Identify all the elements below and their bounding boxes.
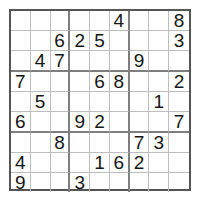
cell-r4c9[interactable]: 2 <box>169 72 189 92</box>
cell-r1c9[interactable]: 8 <box>169 11 189 31</box>
cell-r8c5[interactable]: 1 <box>90 153 110 173</box>
sudoku-board: 4862534797682516927873416293 <box>9 9 191 191</box>
cell-r1c5[interactable] <box>90 11 110 31</box>
cell-r2c9[interactable]: 3 <box>169 31 189 51</box>
cell-r2c1[interactable] <box>11 31 31 51</box>
cell-r5c4[interactable] <box>70 92 90 112</box>
cell-r8c2[interactable] <box>31 153 51 173</box>
cell-r1c3[interactable] <box>51 11 71 31</box>
cell-r3c8[interactable] <box>149 51 169 72</box>
cell-r6c4[interactable]: 9 <box>70 112 90 133</box>
cell-r3c3[interactable]: 7 <box>51 51 71 72</box>
cell-r3c6[interactable] <box>110 51 130 72</box>
cell-r9c8[interactable] <box>149 173 169 192</box>
cell-r6c9[interactable]: 7 <box>169 112 189 133</box>
cell-r7c7[interactable]: 7 <box>130 133 150 153</box>
cell-r4c8[interactable] <box>149 72 169 92</box>
cell-r7c5[interactable] <box>90 133 110 153</box>
sudoku-page: 4862534797682516927873416293 <box>0 0 200 199</box>
cell-r1c1[interactable] <box>11 11 31 31</box>
cell-r5c9[interactable] <box>169 92 189 112</box>
cell-r5c7[interactable] <box>130 92 150 112</box>
cell-r9c4[interactable]: 3 <box>70 173 90 192</box>
cell-r2c3[interactable]: 6 <box>51 31 71 51</box>
cell-r7c4[interactable] <box>70 133 90 153</box>
cell-r2c4[interactable]: 2 <box>70 31 90 51</box>
cell-r8c1[interactable]: 4 <box>11 153 31 173</box>
cell-r4c5[interactable]: 6 <box>90 72 110 92</box>
cell-r3c1[interactable] <box>11 51 31 72</box>
cell-r4c2[interactable] <box>31 72 51 92</box>
cell-r7c2[interactable] <box>31 133 51 153</box>
cell-r5c8[interactable]: 1 <box>149 92 169 112</box>
cell-r8c8[interactable] <box>149 153 169 173</box>
cell-r6c5[interactable]: 2 <box>90 112 110 133</box>
cell-r6c3[interactable] <box>51 112 71 133</box>
cell-r3c7[interactable]: 9 <box>130 51 150 72</box>
cell-r4c3[interactable] <box>51 72 71 92</box>
cell-r9c2[interactable] <box>31 173 51 192</box>
cell-r5c3[interactable] <box>51 92 71 112</box>
cell-r3c5[interactable] <box>90 51 110 72</box>
cell-r7c9[interactable] <box>169 133 189 153</box>
cell-r2c5[interactable]: 5 <box>90 31 110 51</box>
cell-r7c1[interactable] <box>11 133 31 153</box>
cell-r6c6[interactable] <box>110 112 130 133</box>
cell-r2c6[interactable] <box>110 31 130 51</box>
cell-r3c4[interactable] <box>70 51 90 72</box>
cell-r8c6[interactable]: 6 <box>110 153 130 173</box>
cell-r1c4[interactable] <box>70 11 90 31</box>
cell-r1c6[interactable]: 4 <box>110 11 130 31</box>
cell-r7c3[interactable]: 8 <box>51 133 71 153</box>
cell-r6c8[interactable] <box>149 112 169 133</box>
cell-r3c2[interactable]: 4 <box>31 51 51 72</box>
cell-r9c7[interactable] <box>130 173 150 192</box>
cell-r5c5[interactable] <box>90 92 110 112</box>
cell-r4c7[interactable] <box>130 72 150 92</box>
cell-r2c2[interactable] <box>31 31 51 51</box>
cell-r1c7[interactable] <box>130 11 150 31</box>
cell-r7c6[interactable] <box>110 133 130 153</box>
cell-r2c8[interactable] <box>149 31 169 51</box>
cell-r9c5[interactable] <box>90 173 110 192</box>
cell-r5c1[interactable] <box>11 92 31 112</box>
cell-r9c6[interactable] <box>110 173 130 192</box>
cell-r5c6[interactable] <box>110 92 130 112</box>
cell-r8c4[interactable] <box>70 153 90 173</box>
cell-r4c4[interactable] <box>70 72 90 92</box>
cell-r9c9[interactable] <box>169 173 189 192</box>
cell-r4c6[interactable]: 8 <box>110 72 130 92</box>
cell-r8c9[interactable] <box>169 153 189 173</box>
cell-r5c2[interactable]: 5 <box>31 92 51 112</box>
cell-r2c7[interactable] <box>130 31 150 51</box>
cell-r4c1[interactable]: 7 <box>11 72 31 92</box>
cell-r8c7[interactable]: 2 <box>130 153 150 173</box>
cell-r9c1[interactable]: 9 <box>11 173 31 192</box>
cell-r1c2[interactable] <box>31 11 51 31</box>
cell-r7c8[interactable]: 3 <box>149 133 169 153</box>
cell-r3c9[interactable] <box>169 51 189 72</box>
cell-r8c3[interactable] <box>51 153 71 173</box>
cell-r1c8[interactable] <box>149 11 169 31</box>
cell-r6c2[interactable] <box>31 112 51 133</box>
cell-r9c3[interactable] <box>51 173 71 192</box>
cell-r6c7[interactable] <box>130 112 150 133</box>
cell-r6c1[interactable]: 6 <box>11 112 31 133</box>
